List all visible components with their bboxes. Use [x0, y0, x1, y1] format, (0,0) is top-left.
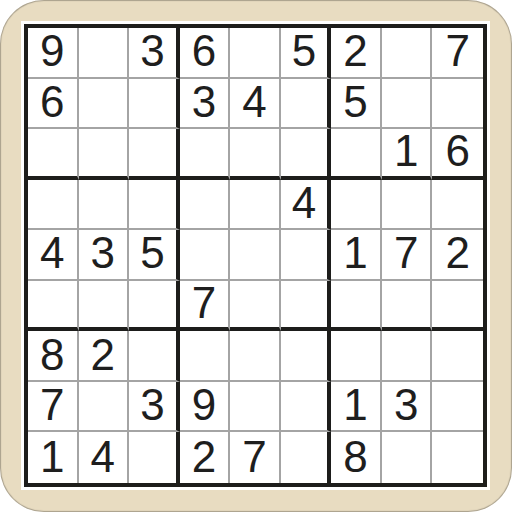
cell-r2c4[interactable]: 3	[180, 79, 231, 130]
cell-r9c5[interactable]: 7	[230, 432, 281, 483]
cell-r4c5[interactable]	[230, 180, 281, 231]
cell-r5c6[interactable]	[281, 230, 332, 281]
sudoku-board: 93652763451644351727827391314278	[24, 24, 487, 487]
cell-r4c2[interactable]	[79, 180, 130, 231]
cell-r7c1[interactable]: 8	[28, 331, 79, 382]
given-digit: 2	[91, 333, 115, 377]
cell-r1c1[interactable]: 9	[28, 28, 79, 79]
cell-r5c5[interactable]	[230, 230, 281, 281]
cell-r1c5[interactable]	[230, 28, 281, 79]
cell-r2c2[interactable]	[79, 79, 130, 130]
cell-r9c9[interactable]	[432, 432, 483, 483]
cell-r6c9[interactable]	[432, 281, 483, 332]
cell-r8c6[interactable]	[281, 382, 332, 433]
cell-r6c6[interactable]	[281, 281, 332, 332]
given-digit: 5	[140, 231, 164, 275]
cell-r2c7[interactable]: 5	[331, 79, 382, 130]
given-digit: 6	[40, 80, 64, 124]
cell-r7c9[interactable]	[432, 331, 483, 382]
cell-r9c1[interactable]: 1	[28, 432, 79, 483]
sudoku-screen: 93652763451644351727827391314278	[0, 0, 512, 512]
cell-r6c7[interactable]	[331, 281, 382, 332]
given-digit: 1	[394, 129, 418, 173]
cell-r5c9[interactable]: 2	[432, 230, 483, 281]
cell-r5c2[interactable]: 3	[79, 230, 130, 281]
given-digit: 6	[445, 129, 469, 173]
cell-r6c5[interactable]	[230, 281, 281, 332]
given-digit: 3	[140, 383, 164, 427]
given-digit: 1	[40, 435, 64, 479]
cell-r8c7[interactable]: 1	[331, 382, 382, 433]
cell-r3c8[interactable]: 1	[382, 129, 433, 180]
cell-r5c1[interactable]: 4	[28, 230, 79, 281]
cell-r6c3[interactable]	[129, 281, 180, 332]
cell-r7c8[interactable]	[382, 331, 433, 382]
cell-r6c8[interactable]	[382, 281, 433, 332]
cell-r3c1[interactable]	[28, 129, 79, 180]
given-digit: 9	[192, 383, 216, 427]
cell-r4c9[interactable]	[432, 180, 483, 231]
cell-r9c3[interactable]	[129, 432, 180, 483]
given-digit: 2	[445, 231, 469, 275]
board-frame: 93652763451644351727827391314278	[21, 21, 490, 490]
given-digit: 2	[192, 435, 216, 479]
cell-r4c4[interactable]	[180, 180, 231, 231]
given-digit: 8	[40, 333, 64, 377]
given-digit: 5	[343, 80, 367, 124]
given-digit: 4	[242, 80, 266, 124]
cell-r7c7[interactable]	[331, 331, 382, 382]
cell-r7c4[interactable]	[180, 331, 231, 382]
cell-r6c1[interactable]	[28, 281, 79, 332]
cell-r3c3[interactable]	[129, 129, 180, 180]
cell-r8c5[interactable]	[230, 382, 281, 433]
given-digit: 8	[343, 435, 367, 479]
cell-r3c5[interactable]	[230, 129, 281, 180]
cell-r5c7[interactable]: 1	[331, 230, 382, 281]
given-digit: 1	[343, 383, 367, 427]
cell-r9c2[interactable]: 4	[79, 432, 130, 483]
cell-r1c9[interactable]: 7	[432, 28, 483, 79]
cell-r7c2[interactable]: 2	[79, 331, 130, 382]
cell-r2c5[interactable]: 4	[230, 79, 281, 130]
given-digit: 6	[192, 29, 216, 73]
given-digit: 9	[40, 29, 64, 73]
cell-r2c9[interactable]	[432, 79, 483, 130]
cell-r5c8[interactable]: 7	[382, 230, 433, 281]
cell-r1c3[interactable]: 3	[129, 28, 180, 79]
cell-r6c4[interactable]: 7	[180, 281, 231, 332]
given-digit: 4	[292, 181, 316, 225]
cell-r6c2[interactable]	[79, 281, 130, 332]
cell-r3c4[interactable]	[180, 129, 231, 180]
cell-r2c1[interactable]: 6	[28, 79, 79, 130]
cell-r1c6[interactable]: 5	[281, 28, 332, 79]
given-digit: 4	[91, 435, 115, 479]
cell-r7c3[interactable]	[129, 331, 180, 382]
cell-r4c6[interactable]: 4	[281, 180, 332, 231]
background-mat: 93652763451644351727827391314278	[0, 0, 512, 512]
cell-r8c2[interactable]	[79, 382, 130, 433]
given-digit: 1	[343, 231, 367, 275]
cell-r3c6[interactable]	[281, 129, 332, 180]
cell-r8c4[interactable]: 9	[180, 382, 231, 433]
given-digit: 7	[445, 29, 469, 73]
cell-r3c2[interactable]	[79, 129, 130, 180]
cell-r2c3[interactable]	[129, 79, 180, 130]
cell-r2c8[interactable]	[382, 79, 433, 130]
cell-r5c3[interactable]: 5	[129, 230, 180, 281]
cell-r1c8[interactable]	[382, 28, 433, 79]
cell-r8c9[interactable]	[432, 382, 483, 433]
cell-r4c7[interactable]	[331, 180, 382, 231]
given-digit: 3	[192, 80, 216, 124]
cell-r8c1[interactable]: 7	[28, 382, 79, 433]
cell-r8c3[interactable]: 3	[129, 382, 180, 433]
given-digit: 4	[40, 231, 64, 275]
given-digit: 3	[140, 29, 164, 73]
cell-r7c6[interactable]	[281, 331, 332, 382]
cell-r1c4[interactable]: 6	[180, 28, 231, 79]
cell-r4c3[interactable]	[129, 180, 180, 231]
cell-r4c1[interactable]	[28, 180, 79, 231]
given-digit: 2	[343, 29, 367, 73]
cell-r2c6[interactable]	[281, 79, 332, 130]
cell-r9c8[interactable]	[382, 432, 433, 483]
given-digit: 7	[242, 435, 266, 479]
cell-r7c5[interactable]	[230, 331, 281, 382]
cell-r1c2[interactable]	[79, 28, 130, 79]
given-digit: 7	[394, 231, 418, 275]
cell-r5c4[interactable]	[180, 230, 231, 281]
cell-r9c6[interactable]	[281, 432, 332, 483]
cell-r3c9[interactable]: 6	[432, 129, 483, 180]
given-digit: 7	[192, 281, 216, 325]
given-digit: 7	[40, 383, 64, 427]
cell-r9c4[interactable]: 2	[180, 432, 231, 483]
given-digit: 5	[292, 29, 316, 73]
cell-r4c8[interactable]	[382, 180, 433, 231]
cell-r9c7[interactable]: 8	[331, 432, 382, 483]
cell-r3c7[interactable]	[331, 129, 382, 180]
cell-r8c8[interactable]: 3	[382, 382, 433, 433]
given-digit: 3	[394, 383, 418, 427]
cell-r1c7[interactable]: 2	[331, 28, 382, 79]
given-digit: 3	[91, 231, 115, 275]
